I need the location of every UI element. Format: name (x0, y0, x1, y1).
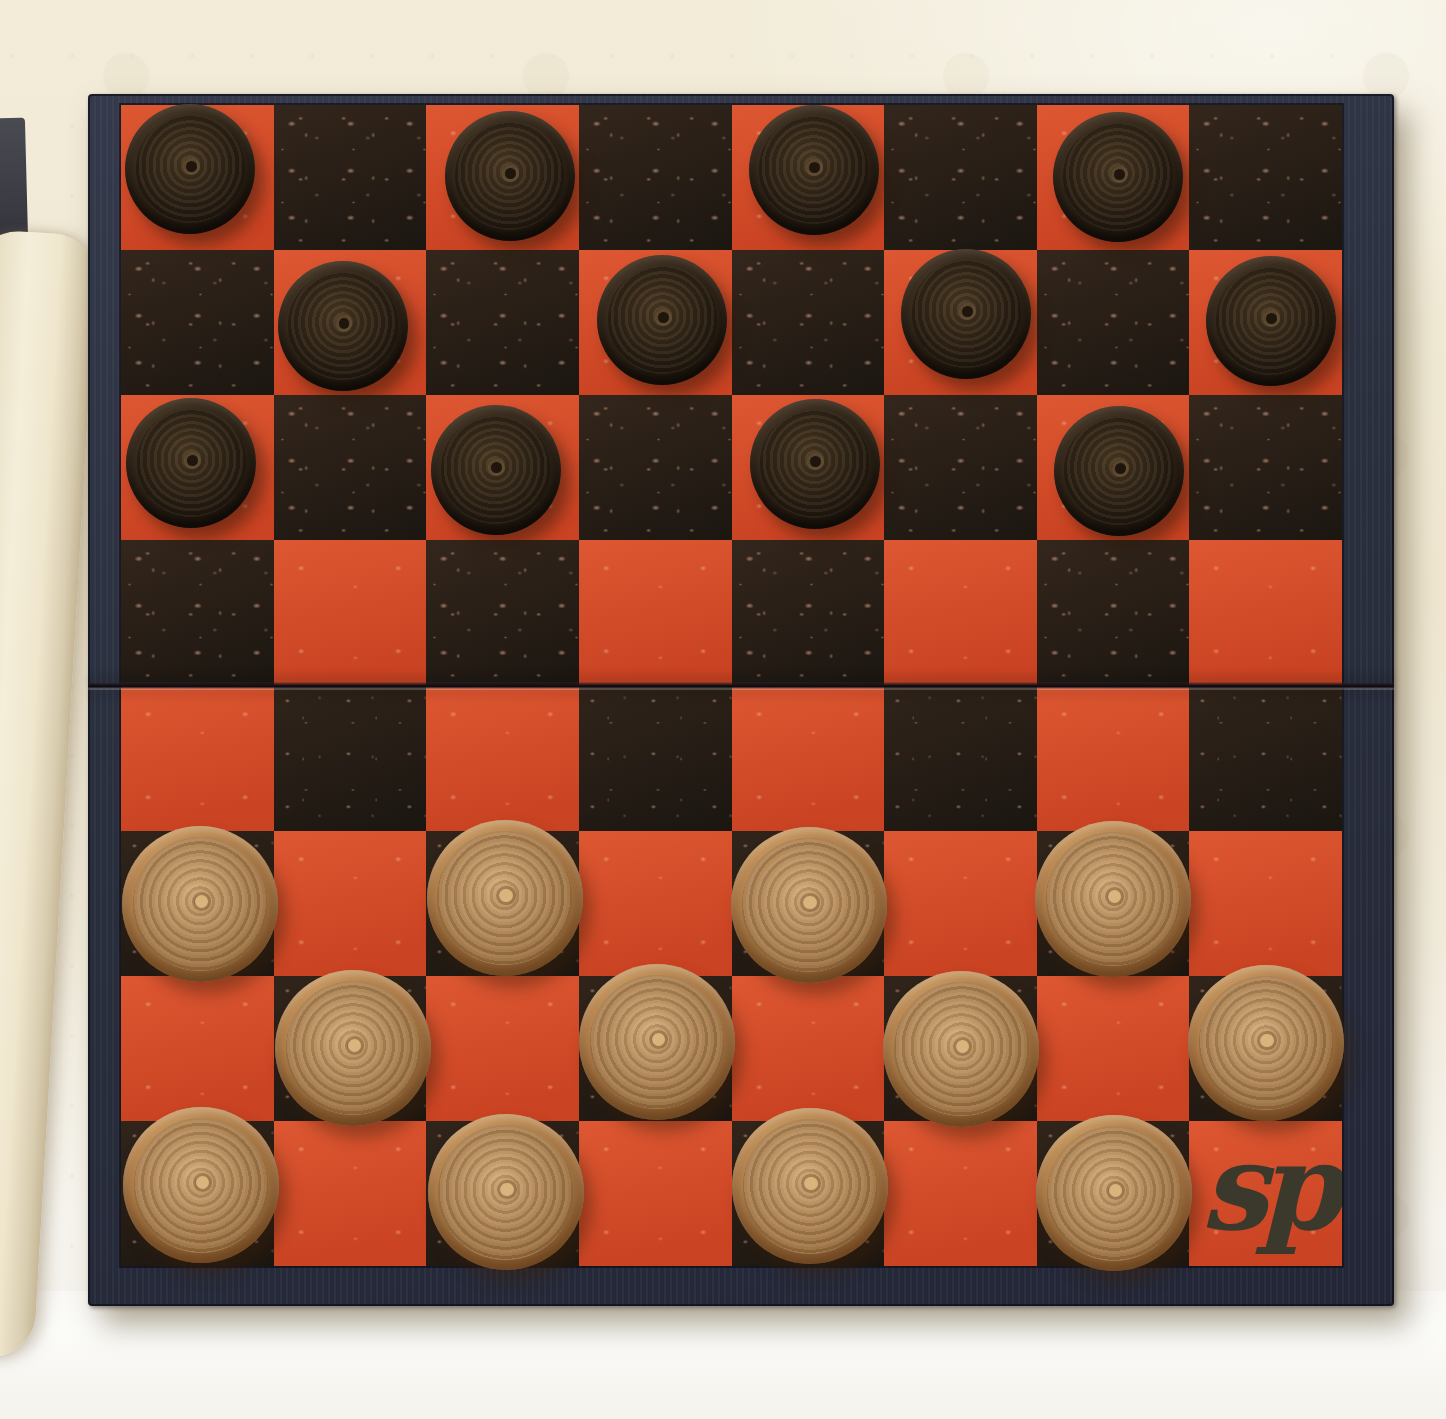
square-r3c1-red[interactable] (121, 395, 274, 540)
square-r8c1-black[interactable] (121, 1121, 274, 1266)
square-r4c3-black[interactable] (426, 540, 579, 685)
dark-checker-r2c4[interactable] (597, 255, 727, 385)
checker-ring-face (608, 265, 717, 374)
square-r1c4-black[interactable] (579, 105, 732, 250)
checker-ring-face (1046, 832, 1180, 966)
square-r5c8-black[interactable] (1189, 686, 1342, 831)
checker-ring-face (437, 831, 571, 965)
square-r3c8-black[interactable] (1189, 395, 1342, 540)
dark-checker-r1c5[interactable] (749, 105, 879, 235)
dark-checker-r2c8[interactable] (1206, 256, 1336, 386)
square-r2c7-black[interactable] (1037, 250, 1190, 395)
checker-ring-face (742, 838, 876, 972)
square-r6c5-black[interactable] (732, 831, 885, 976)
square-r6c4-red[interactable] (579, 831, 732, 976)
checker-ring-face (455, 121, 564, 230)
square-r8c7-black[interactable] (1037, 1121, 1190, 1266)
square-r8c6-red[interactable] (884, 1121, 1037, 1266)
square-r4c2-red[interactable] (274, 540, 427, 685)
checker-ring-face (1063, 122, 1172, 231)
checker-ring-face (1216, 266, 1325, 375)
scene: sp (0, 0, 1446, 1419)
light-checker-r7c8[interactable] (1188, 965, 1344, 1121)
square-r6c7-black[interactable] (1037, 831, 1190, 976)
square-r3c6-black[interactable] (884, 395, 1037, 540)
square-r7c2-black[interactable] (274, 976, 427, 1121)
sp-logo: sp (1189, 1121, 1342, 1266)
square-r6c3-black[interactable] (426, 831, 579, 976)
square-r8c4-red[interactable] (579, 1121, 732, 1266)
square-r2c4-red[interactable] (579, 250, 732, 395)
square-r7c6-black[interactable] (884, 976, 1037, 1121)
checker-ring-face (134, 1118, 268, 1252)
square-r1c2-black[interactable] (274, 105, 427, 250)
dark-checker-r2c2[interactable] (278, 261, 408, 391)
square-r3c7-red[interactable] (1037, 395, 1190, 540)
checker-ring-face (1064, 416, 1173, 525)
checker-ring-face (759, 115, 868, 224)
square-r6c6-red[interactable] (884, 831, 1037, 976)
square-r3c5-red[interactable] (732, 395, 885, 540)
square-r4c8-red[interactable] (1189, 540, 1342, 685)
dark-checker-r3c5[interactable] (750, 399, 880, 529)
square-r7c3-red[interactable] (426, 976, 579, 1121)
square-r1c3-red[interactable] (426, 105, 579, 250)
light-checker-r8c3[interactable] (428, 1114, 584, 1270)
square-r3c4-black[interactable] (579, 395, 732, 540)
checker-ring-face (133, 837, 267, 971)
square-r2c6-red[interactable] (884, 250, 1037, 395)
square-r4c6-red[interactable] (884, 540, 1037, 685)
square-r5c3-red[interactable] (426, 686, 579, 831)
sp-logo-text: sp (1201, 1121, 1342, 1257)
square-r4c7-black[interactable] (1037, 540, 1190, 685)
light-checker-r6c5[interactable] (731, 827, 887, 983)
dark-checker-r3c1[interactable] (126, 398, 256, 528)
checker-ring-face (760, 409, 869, 518)
light-checker-r8c7[interactable] (1036, 1115, 1192, 1271)
square-r1c1-red[interactable] (121, 105, 274, 250)
light-checker-r8c5[interactable] (732, 1108, 888, 1264)
checker-ring-face (894, 982, 1028, 1116)
square-r5c1-red[interactable] (121, 686, 274, 831)
square-r8c3-black[interactable] (426, 1121, 579, 1266)
light-checker-r6c7[interactable] (1035, 821, 1191, 977)
checker-ring-face (590, 975, 724, 1109)
fabric-roll (0, 229, 98, 1359)
square-r8c5-black[interactable] (732, 1121, 885, 1266)
square-r5c4-black[interactable] (579, 686, 732, 831)
dark-checker-r1c1[interactable] (125, 104, 255, 234)
light-checker-r8c1[interactable] (123, 1107, 279, 1263)
square-r1c8-black[interactable] (1189, 105, 1342, 250)
square-r7c7-red[interactable] (1037, 976, 1190, 1121)
checker-ring-face (441, 415, 550, 524)
dark-checker-r1c7[interactable] (1053, 112, 1183, 242)
checker-ring-face (286, 981, 420, 1115)
light-checker-r7c2[interactable] (275, 970, 431, 1126)
square-r3c2-black[interactable] (274, 395, 427, 540)
checkers-board: sp (88, 94, 1394, 1306)
square-r8c2-red[interactable] (274, 1121, 427, 1266)
checker-ring-face (743, 1119, 877, 1253)
square-r2c1-black[interactable] (121, 250, 274, 395)
square-r4c4-red[interactable] (579, 540, 732, 685)
light-checker-r6c3[interactable] (427, 820, 583, 976)
square-r4c5-black[interactable] (732, 540, 885, 685)
light-checker-r7c4[interactable] (579, 964, 735, 1120)
square-r6c2-red[interactable] (274, 831, 427, 976)
light-checker-r6c1[interactable] (122, 826, 278, 982)
lace-tablecloth (0, 1291, 1446, 1419)
light-checker-r7c6[interactable] (883, 971, 1039, 1127)
dark-checker-r1c3[interactable] (445, 111, 575, 241)
square-r6c1-black[interactable] (121, 831, 274, 976)
dark-checker-r3c7[interactable] (1054, 406, 1184, 536)
checker-ring-face (137, 408, 246, 517)
square-r2c2-red[interactable] (274, 250, 427, 395)
square-r1c5-red[interactable] (732, 105, 885, 250)
square-r1c6-black[interactable] (884, 105, 1037, 250)
square-r7c8-black[interactable] (1189, 976, 1342, 1121)
square-r5c7-red[interactable] (1037, 686, 1190, 831)
square-r6c8-red[interactable] (1189, 831, 1342, 976)
dark-checker-r3c3[interactable] (431, 405, 561, 535)
square-r2c5-black[interactable] (732, 250, 885, 395)
square-r5c2-black[interactable] (274, 686, 427, 831)
checker-ring-face (288, 271, 397, 380)
square-r5c6-black[interactable] (884, 686, 1037, 831)
square-r1c7-red[interactable] (1037, 105, 1190, 250)
checker-ring-face (136, 114, 245, 223)
square-r2c3-black[interactable] (426, 250, 579, 395)
checker-ring-face (1047, 1126, 1181, 1260)
square-r7c4-black[interactable] (579, 976, 732, 1121)
square-r7c1-red[interactable] (121, 976, 274, 1121)
dark-checker-r2c6[interactable] (901, 249, 1031, 379)
checker-ring-face (438, 1125, 572, 1259)
play-area: sp (121, 105, 1342, 1266)
checker-ring-face (1199, 976, 1333, 1110)
checker-ring-face (912, 259, 1021, 368)
square-r2c8-red[interactable] (1189, 250, 1342, 395)
square-r4c1-black[interactable] (121, 540, 274, 685)
square-r7c5-red[interactable] (732, 976, 885, 1121)
square-r5c5-red[interactable] (732, 686, 885, 831)
board-fold-line (88, 682, 1394, 690)
square-r3c3-red[interactable] (426, 395, 579, 540)
